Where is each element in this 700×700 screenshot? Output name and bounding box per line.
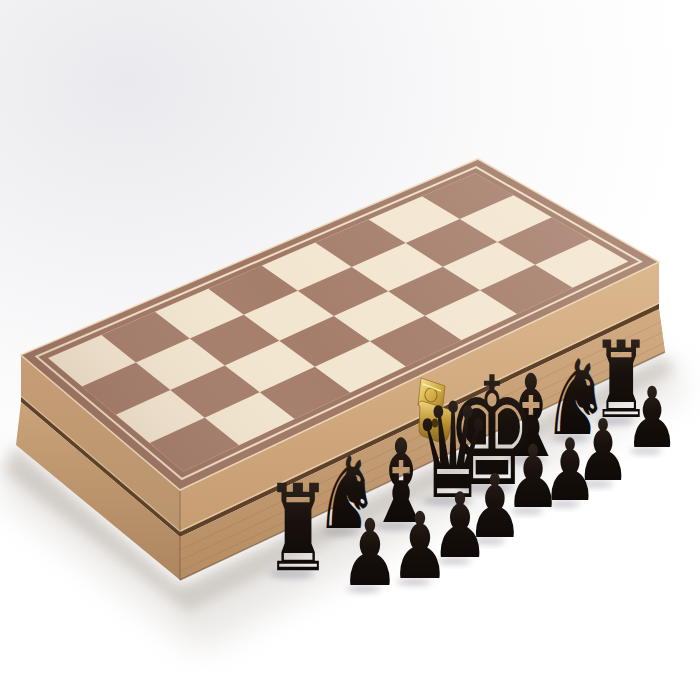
chess-piece-rook: ♜ bbox=[265, 458, 332, 599]
scene-svg: ♜♞♟♝♟♚♛♟♟♝♞♟♟♜♟♟ bbox=[0, 0, 700, 700]
chess-box-photo: ♜♞♟♝♟♚♛♟♟♝♞♟♟♜♟♟ bbox=[0, 0, 700, 700]
chess-piece-pawn: ♟ bbox=[340, 500, 399, 607]
chess-piece-pawn: ♟ bbox=[625, 369, 679, 467]
